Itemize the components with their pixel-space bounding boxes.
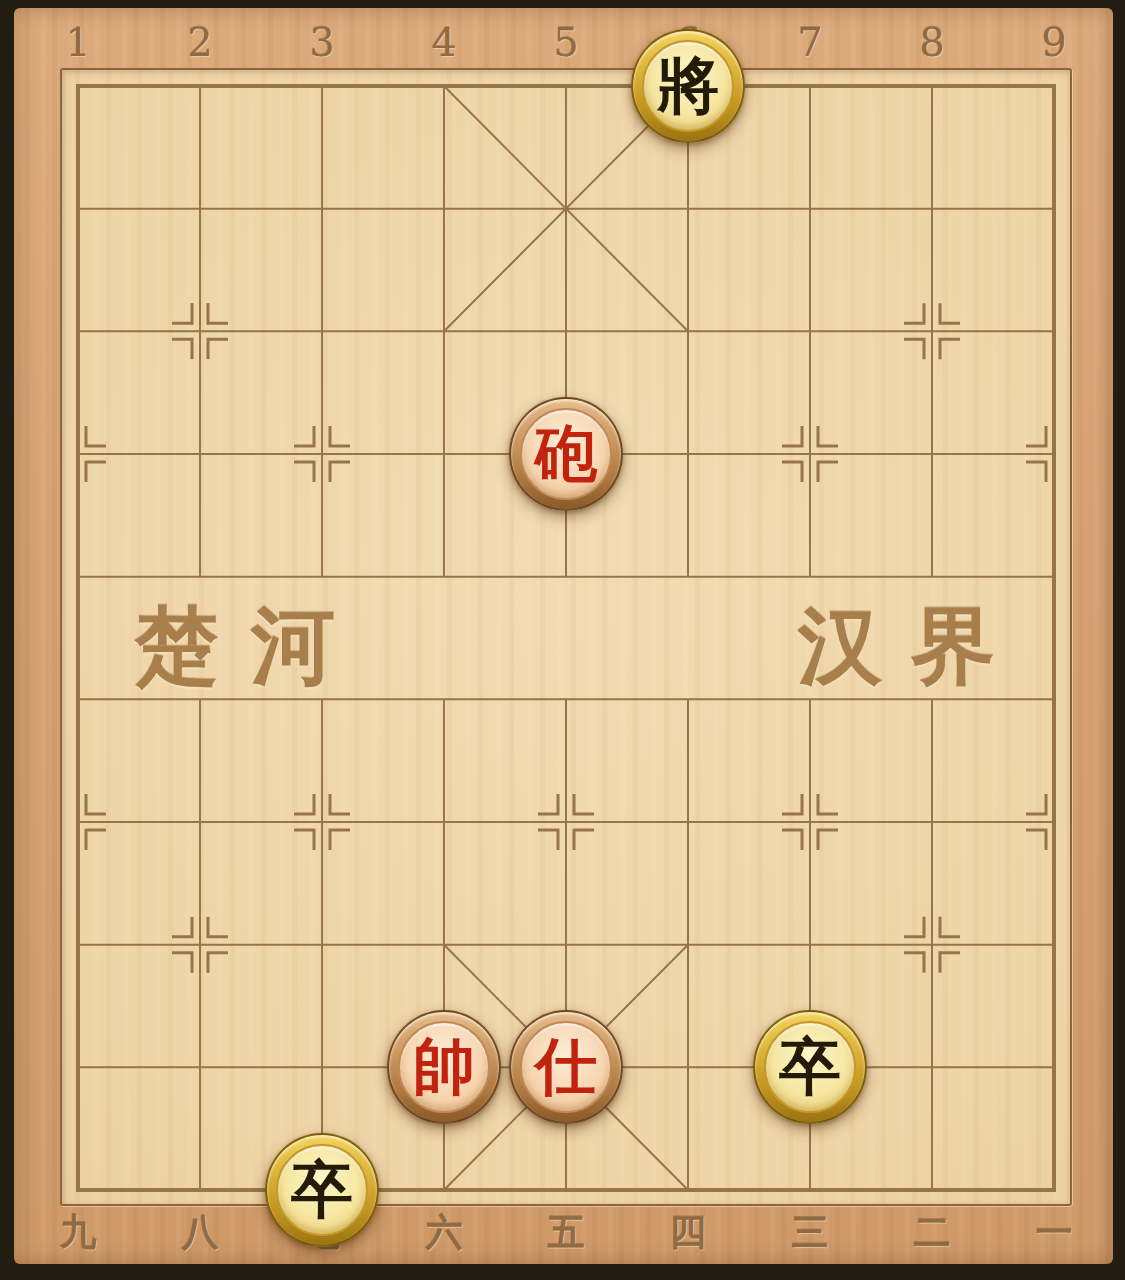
file-label-top-5: 5 xyxy=(521,16,611,68)
piece-red-advisor[interactable]: 仕 xyxy=(509,1010,623,1124)
piece-black-general[interactable]: 將 xyxy=(631,29,745,143)
piece-red-cannon[interactable]: 砲 xyxy=(509,397,623,511)
piece-black-soldier-a[interactable]: 卒 xyxy=(753,1010,867,1124)
piece-red-general[interactable]: 帥 xyxy=(387,1010,501,1124)
piece-face: 卒 xyxy=(276,1144,368,1236)
piece-character: 砲 xyxy=(535,423,597,485)
file-label-bottom-5: 五 xyxy=(521,1206,611,1258)
file-label-bottom-1: 九 xyxy=(33,1206,123,1258)
piece-character: 仕 xyxy=(535,1036,597,1098)
piece-character: 卒 xyxy=(779,1036,841,1098)
xiangqi-app: 123456789 九八七六五四三二一 楚河汉界 將砲帥仕卒卒 xyxy=(0,0,1125,1280)
river-label: 界 xyxy=(893,591,1013,701)
file-label-bottom-7: 三 xyxy=(765,1206,855,1258)
file-label-bottom-2: 八 xyxy=(155,1206,245,1258)
file-label-bottom-9: 一 xyxy=(1009,1206,1099,1258)
piece-face: 仕 xyxy=(520,1021,612,1113)
river-label: 河 xyxy=(233,591,353,701)
piece-black-soldier-b[interactable]: 卒 xyxy=(265,1133,379,1247)
file-label-top-9: 9 xyxy=(1009,16,1099,68)
piece-face: 將 xyxy=(642,40,734,132)
piece-character: 卒 xyxy=(291,1159,353,1221)
file-label-top-8: 8 xyxy=(887,16,977,68)
file-label-bottom-6: 四 xyxy=(643,1206,733,1258)
river-label: 楚 xyxy=(117,591,237,701)
file-label-bottom-8: 二 xyxy=(887,1206,977,1258)
piece-face: 卒 xyxy=(764,1021,856,1113)
file-label-bottom-4: 六 xyxy=(399,1206,489,1258)
file-label-top-4: 4 xyxy=(399,16,489,68)
file-label-top-3: 3 xyxy=(277,16,367,68)
piece-character: 帥 xyxy=(413,1036,475,1098)
file-label-top-1: 1 xyxy=(33,16,123,68)
piece-face: 砲 xyxy=(520,408,612,500)
file-label-top-2: 2 xyxy=(155,16,245,68)
file-label-top-7: 7 xyxy=(765,16,855,68)
piece-character: 將 xyxy=(657,55,719,117)
river-label: 汉 xyxy=(780,591,900,701)
piece-face: 帥 xyxy=(398,1021,490,1113)
